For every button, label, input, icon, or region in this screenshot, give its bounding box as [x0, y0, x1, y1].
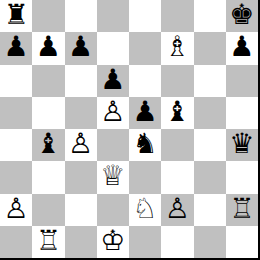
square-h4[interactable]: ♛	[226, 129, 258, 161]
square-h3[interactable]	[226, 161, 258, 193]
square-f2[interactable]: ♙	[161, 194, 193, 226]
square-h7[interactable]: ♟	[226, 32, 258, 64]
piece-black-pawn: ♟	[36, 33, 61, 61]
square-a8[interactable]: ♜	[0, 0, 32, 32]
square-f1[interactable]	[161, 226, 193, 258]
square-f3[interactable]	[161, 161, 193, 193]
square-b1[interactable]: ♖	[32, 226, 64, 258]
square-d8[interactable]	[97, 0, 129, 32]
square-a3[interactable]	[0, 161, 32, 193]
square-b5[interactable]	[32, 97, 64, 129]
square-c2[interactable]	[65, 194, 97, 226]
piece-white-rook: ♖	[36, 227, 61, 255]
piece-white-rook: ♖	[229, 195, 254, 223]
square-e3[interactable]	[129, 161, 161, 193]
square-f8[interactable]	[161, 0, 193, 32]
square-e6[interactable]	[129, 65, 161, 97]
square-e8[interactable]	[129, 0, 161, 32]
square-f4[interactable]	[161, 129, 193, 161]
square-h6[interactable]	[226, 65, 258, 97]
square-e1[interactable]	[129, 226, 161, 258]
square-c1[interactable]	[65, 226, 97, 258]
piece-black-knight: ♞	[133, 130, 158, 158]
chess-board: ♜♚♟♟♟♗♟♟♙♟♝♝♙♞♛♕♙♘♙♖♖♔	[0, 0, 260, 260]
square-a2[interactable]: ♙	[0, 194, 32, 226]
piece-black-pawn: ♟	[133, 98, 158, 126]
square-e5[interactable]: ♟	[129, 97, 161, 129]
square-b4[interactable]: ♝	[32, 129, 64, 161]
chess-diagram: ♜♚♟♟♟♗♟♟♙♟♝♝♙♞♛♕♙♘♙♖♖♔	[0, 0, 260, 260]
square-c4[interactable]: ♙	[65, 129, 97, 161]
square-f5[interactable]: ♝	[161, 97, 193, 129]
square-h2[interactable]: ♖	[226, 194, 258, 226]
square-e7[interactable]	[129, 32, 161, 64]
square-a7[interactable]: ♟	[0, 32, 32, 64]
square-g2[interactable]	[194, 194, 226, 226]
square-c5[interactable]	[65, 97, 97, 129]
piece-black-pawn: ♟	[4, 33, 29, 61]
square-h5[interactable]	[226, 97, 258, 129]
square-d2[interactable]	[97, 194, 129, 226]
piece-black-king: ♚	[229, 1, 254, 29]
piece-black-bishop: ♝	[165, 98, 190, 126]
square-g1[interactable]	[194, 226, 226, 258]
square-h8[interactable]: ♚	[226, 0, 258, 32]
square-f7[interactable]: ♗	[161, 32, 193, 64]
square-c7[interactable]: ♟	[65, 32, 97, 64]
square-h1[interactable]	[226, 226, 258, 258]
square-a1[interactable]	[0, 226, 32, 258]
square-a4[interactable]	[0, 129, 32, 161]
square-c3[interactable]	[65, 161, 97, 193]
square-g3[interactable]	[194, 161, 226, 193]
square-a5[interactable]	[0, 97, 32, 129]
square-d6[interactable]: ♟	[97, 65, 129, 97]
square-b3[interactable]	[32, 161, 64, 193]
square-d7[interactable]	[97, 32, 129, 64]
piece-white-pawn: ♙	[100, 98, 125, 126]
square-g6[interactable]	[194, 65, 226, 97]
square-b7[interactable]: ♟	[32, 32, 64, 64]
square-d1[interactable]: ♔	[97, 226, 129, 258]
square-b8[interactable]	[32, 0, 64, 32]
piece-white-bishop: ♗	[165, 33, 190, 61]
piece-black-queen: ♛	[229, 130, 254, 158]
square-d5[interactable]: ♙	[97, 97, 129, 129]
square-b2[interactable]	[32, 194, 64, 226]
piece-black-rook: ♜	[4, 1, 29, 29]
piece-white-pawn: ♙	[4, 195, 29, 223]
square-d4[interactable]	[97, 129, 129, 161]
piece-white-knight: ♘	[133, 195, 158, 223]
piece-black-pawn: ♟	[100, 66, 125, 94]
square-g8[interactable]	[194, 0, 226, 32]
square-d3[interactable]: ♕	[97, 161, 129, 193]
square-b6[interactable]	[32, 65, 64, 97]
piece-black-bishop: ♝	[36, 130, 61, 158]
square-f6[interactable]	[161, 65, 193, 97]
piece-white-pawn: ♙	[165, 195, 190, 223]
piece-white-pawn: ♙	[68, 130, 93, 158]
square-e4[interactable]: ♞	[129, 129, 161, 161]
square-g7[interactable]	[194, 32, 226, 64]
piece-black-pawn: ♟	[229, 33, 254, 61]
square-a6[interactable]	[0, 65, 32, 97]
piece-black-pawn: ♟	[68, 33, 93, 61]
square-c6[interactable]	[65, 65, 97, 97]
square-g5[interactable]	[194, 97, 226, 129]
piece-white-queen: ♕	[100, 162, 125, 190]
square-e2[interactable]: ♘	[129, 194, 161, 226]
piece-white-king: ♔	[100, 227, 125, 255]
square-g4[interactable]	[194, 129, 226, 161]
square-c8[interactable]	[65, 0, 97, 32]
